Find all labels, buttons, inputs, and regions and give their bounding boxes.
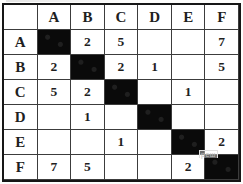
row-header-E: E <box>4 130 38 155</box>
cell-D-C <box>105 105 139 130</box>
cell-F-E: 2 <box>172 155 206 180</box>
col-header-A: A <box>38 5 72 30</box>
cell-C-E: 1 <box>172 80 206 105</box>
row-header-A: A <box>4 30 38 55</box>
cell-A-F: 7 <box>205 30 239 55</box>
cell-A-E <box>172 30 206 55</box>
cell-C-F <box>205 80 239 105</box>
cell-A-C: 5 <box>105 30 139 55</box>
cell-E-C: 1 <box>105 130 139 155</box>
corner-cell <box>4 5 38 30</box>
cell-F-A: 7 <box>38 155 72 180</box>
col-header-F: F <box>205 5 239 30</box>
row-header-F: F <box>4 155 38 180</box>
row-header-D: D <box>4 105 38 130</box>
row-header-B: B <box>4 55 38 80</box>
cell-B-E <box>172 55 206 80</box>
cell-E-D <box>138 130 172 155</box>
scan-smudge-artifact <box>6 0 126 2</box>
scanned-table-diagram: ABCDEFA257B2215C521D1E12F752 реш <box>0 0 243 184</box>
cell-D-A <box>38 105 72 130</box>
cell-E-A <box>38 130 72 155</box>
cell-B-F: 5 <box>205 55 239 80</box>
cell-F-C <box>105 155 139 180</box>
cell-C-D <box>138 80 172 105</box>
row-header-C: C <box>4 80 38 105</box>
cell-F-D <box>138 155 172 180</box>
cell-A-A-blocked <box>38 30 72 55</box>
watermark-artifact: реш <box>199 150 218 158</box>
col-header-C: C <box>105 5 139 30</box>
cell-B-A: 2 <box>38 55 72 80</box>
col-header-B: B <box>71 5 105 30</box>
cell-F-B: 5 <box>71 155 105 180</box>
cell-D-E <box>172 105 206 130</box>
cell-F-F-blocked <box>205 155 239 180</box>
cell-C-C-blocked <box>105 80 139 105</box>
col-header-E: E <box>172 5 206 30</box>
cell-D-B: 1 <box>71 105 105 130</box>
cell-D-D-blocked <box>138 105 172 130</box>
cell-B-B-blocked <box>71 55 105 80</box>
cell-A-D <box>138 30 172 55</box>
cell-A-B: 2 <box>71 30 105 55</box>
cell-B-D: 1 <box>138 55 172 80</box>
cell-E-B <box>71 130 105 155</box>
cell-C-B: 2 <box>71 80 105 105</box>
col-header-D: D <box>138 5 172 30</box>
cell-C-A: 5 <box>38 80 72 105</box>
cell-D-F <box>205 105 239 130</box>
cell-B-C: 2 <box>105 55 139 80</box>
